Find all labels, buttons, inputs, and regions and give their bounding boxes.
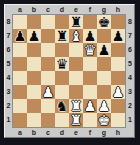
square-d1[interactable] (55, 113, 69, 127)
piece-black-pawn[interactable]: ♟ (14, 29, 27, 43)
file-labels-top: abcdefgh (13, 5, 134, 14)
file-label-a-top: a (13, 5, 27, 14)
piece-black-king[interactable]: ♚ (98, 15, 111, 29)
piece-white-queen[interactable]: ♛ (84, 43, 97, 57)
piece-white-rook[interactable]: ♜ (70, 113, 83, 127)
rank-label-2-right: 2 (126, 99, 134, 113)
rank-label-6-left: 6 (5, 43, 12, 57)
square-g4[interactable] (97, 71, 111, 85)
piece-white-pawn[interactable]: ♟ (112, 85, 125, 99)
piece-black-rook[interactable]: ♜ (70, 15, 83, 29)
square-e3[interactable] (69, 85, 83, 99)
file-label-f-top: f (83, 5, 97, 14)
piece-white-king[interactable]: ♚ (98, 113, 111, 127)
piece-black-pawn[interactable]: ♟ (112, 29, 125, 43)
piece-black-knight[interactable]: ♞ (56, 99, 69, 113)
square-b4[interactable] (27, 71, 41, 85)
square-c3[interactable]: ♟ (41, 85, 55, 99)
square-f6[interactable]: ♛ (83, 43, 97, 57)
square-f8[interactable] (83, 15, 97, 29)
piece-black-queen[interactable]: ♛ (56, 57, 69, 71)
file-label-g-top: g (97, 5, 111, 14)
square-h3[interactable]: ♟ (111, 85, 125, 99)
file-label-c-bottom: c (41, 128, 55, 137)
square-d3[interactable] (55, 85, 69, 99)
square-g1[interactable]: ♚ (97, 113, 111, 127)
rank-label-6-right: 6 (126, 43, 134, 57)
square-g5[interactable] (97, 57, 111, 71)
square-g8[interactable]: ♚ (97, 15, 111, 29)
square-h8[interactable] (111, 15, 125, 29)
file-label-d-bottom: d (55, 128, 69, 137)
file-label-d-top: d (55, 5, 69, 14)
square-a7[interactable]: ♟ (13, 29, 27, 43)
rank-label-8-left: 8 (5, 15, 12, 29)
square-e7[interactable]: ♝ (69, 29, 83, 43)
square-d5[interactable]: ♛ (55, 57, 69, 71)
file-label-h-bottom: h (111, 128, 125, 137)
square-b8[interactable] (27, 15, 41, 29)
chess-board: ♜♚♟♟♜♝♟♟♛♟♛♟♟♞♜♟♟♜♚ (12, 14, 126, 128)
piece-black-rook[interactable]: ♜ (56, 29, 69, 43)
rank-label-7-left: 7 (5, 29, 12, 43)
piece-black-pawn[interactable]: ♟ (84, 29, 97, 43)
file-label-e-top: e (69, 5, 83, 14)
square-d6[interactable] (55, 43, 69, 57)
piece-white-pawn[interactable]: ♟ (98, 99, 111, 113)
rank-label-1-left: 1 (5, 113, 12, 127)
square-f7[interactable]: ♟ (83, 29, 97, 43)
file-label-b-bottom: b (27, 128, 41, 137)
square-c4[interactable] (41, 71, 55, 85)
square-h7[interactable]: ♟ (111, 29, 125, 43)
square-a5[interactable] (13, 57, 27, 71)
file-label-f-bottom: f (83, 128, 97, 137)
piece-black-pawn[interactable]: ♟ (98, 43, 111, 57)
file-label-e-bottom: e (69, 128, 83, 137)
piece-white-pawn[interactable]: ♟ (42, 85, 55, 99)
file-label-g-bottom: g (97, 128, 111, 137)
board-frame: abcdefgh 87654321 ♜♚♟♟♜♝♟♟♛♟♛♟♟♞♜♟♟♜♚ 87… (4, 4, 135, 138)
square-b1[interactable] (27, 113, 41, 127)
file-label-c-top: c (41, 5, 55, 14)
square-f2[interactable]: ♟ (83, 99, 97, 113)
square-f1[interactable] (83, 113, 97, 127)
rank-label-7-right: 7 (126, 29, 134, 43)
file-labels-bottom: abcdefgh (13, 128, 134, 137)
square-b6[interactable] (27, 43, 41, 57)
square-c6[interactable] (41, 43, 55, 57)
square-h2[interactable] (111, 99, 125, 113)
square-f3[interactable] (83, 85, 97, 99)
square-a8[interactable] (13, 15, 27, 29)
square-b2[interactable] (27, 99, 41, 113)
square-g6[interactable]: ♟ (97, 43, 111, 57)
file-label-b-top: b (27, 5, 41, 14)
rank-label-3-right: 3 (126, 85, 134, 99)
square-e4[interactable] (69, 71, 83, 85)
board-middle-band: 87654321 ♜♚♟♟♜♝♟♟♛♟♛♟♟♞♜♟♟♜♚ 87654321 (5, 14, 134, 128)
square-a2[interactable] (13, 99, 27, 113)
square-h1[interactable] (111, 113, 125, 127)
piece-white-bishop[interactable]: ♝ (70, 29, 83, 43)
rank-label-4-right: 4 (126, 71, 134, 85)
square-h6[interactable] (111, 43, 125, 57)
square-a3[interactable] (13, 85, 27, 99)
square-h5[interactable] (111, 57, 125, 71)
rank-label-5-right: 5 (126, 57, 134, 71)
rank-label-3-left: 3 (5, 85, 12, 99)
square-a6[interactable] (13, 43, 27, 57)
square-e6[interactable] (69, 43, 83, 57)
square-g7[interactable] (97, 29, 111, 43)
square-f5[interactable] (83, 57, 97, 71)
square-b7[interactable]: ♟ (27, 29, 41, 43)
square-b5[interactable] (27, 57, 41, 71)
square-d2[interactable]: ♞ (55, 99, 69, 113)
square-d4[interactable] (55, 71, 69, 85)
square-g3[interactable] (97, 85, 111, 99)
square-h4[interactable] (111, 71, 125, 85)
square-d7[interactable]: ♜ (55, 29, 69, 43)
piece-white-pawn[interactable]: ♟ (84, 99, 97, 113)
square-c1[interactable] (41, 113, 55, 127)
piece-white-rook[interactable]: ♜ (70, 99, 83, 113)
square-a1[interactable] (13, 113, 27, 127)
rank-label-1-right: 1 (126, 113, 134, 127)
square-e1[interactable]: ♜ (69, 113, 83, 127)
square-b3[interactable] (27, 85, 41, 99)
square-e2[interactable]: ♜ (69, 99, 83, 113)
rank-label-2-left: 2 (5, 99, 12, 113)
rank-label-4-left: 4 (5, 71, 12, 85)
rank-labels-left: 87654321 (5, 14, 12, 128)
square-c7[interactable] (41, 29, 55, 43)
file-label-a-bottom: a (13, 128, 27, 137)
square-c5[interactable] (41, 57, 55, 71)
piece-black-pawn[interactable]: ♟ (28, 29, 41, 43)
file-label-h-top: h (111, 5, 125, 14)
rank-label-5-left: 5 (5, 57, 12, 71)
square-g2[interactable]: ♟ (97, 99, 111, 113)
square-e5[interactable] (69, 57, 83, 71)
chess-diagram: abcdefgh 87654321 ♜♚♟♟♜♝♟♟♛♟♛♟♟♞♜♟♟♜♚ 87… (0, 0, 140, 145)
square-f4[interactable] (83, 71, 97, 85)
square-d8[interactable] (55, 15, 69, 29)
rank-labels-right: 87654321 (126, 14, 134, 128)
square-c8[interactable] (41, 15, 55, 29)
square-e8[interactable]: ♜ (69, 15, 83, 29)
square-a4[interactable] (13, 71, 27, 85)
square-c2[interactable] (41, 99, 55, 113)
rank-label-8-right: 8 (126, 15, 134, 29)
